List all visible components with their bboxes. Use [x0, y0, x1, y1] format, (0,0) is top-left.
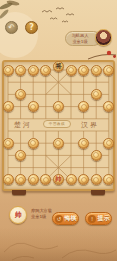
piece-black-cannon[interactable]	[91, 89, 102, 100]
flying-birds-decor	[36, 6, 82, 26]
player-info: 摩羯大富翁 业余1级	[31, 208, 52, 220]
piece-label: 帅	[55, 174, 62, 185]
piece-red-soldier[interactable]	[28, 138, 39, 149]
piece-black-general[interactable]: 将	[53, 61, 64, 72]
piece-red-cannon[interactable]	[91, 150, 102, 161]
piece-red-general[interactable]: 帅	[53, 174, 64, 185]
piece-label: 将	[55, 61, 62, 72]
piece-black-cannon[interactable]	[15, 89, 26, 100]
piece-red-advisor[interactable]	[66, 174, 77, 185]
piece-black-elephant[interactable]	[28, 65, 39, 76]
player-avatar[interactable]: 帅	[9, 206, 27, 224]
xiangqi-board[interactable]: 楚河 汉界 中国象棋 将帅	[2, 60, 115, 191]
hint-button[interactable]: ! 提示	[85, 212, 112, 225]
xiangqi-app: ↶ ? 与机器人 业余1级 楚河 汉界 中国象棋 将帅	[0, 0, 117, 261]
piece-red-rook[interactable]	[103, 174, 114, 185]
undo-move-button[interactable]: ↺ 悔棋	[52, 212, 79, 225]
piece-black-soldier[interactable]	[53, 101, 64, 112]
piece-black-soldier[interactable]	[3, 101, 14, 112]
help-button[interactable]: ?	[25, 21, 38, 34]
piece-black-advisor[interactable]	[40, 65, 51, 76]
hint-label: 提示	[96, 214, 111, 223]
piece-red-horse[interactable]	[91, 174, 102, 185]
undo-label: 悔棋	[63, 214, 78, 223]
piece-red-soldier[interactable]	[3, 138, 14, 149]
undo-icon: ↺	[55, 215, 63, 223]
piece-red-soldier[interactable]	[78, 138, 89, 149]
piece-red-soldier[interactable]	[103, 138, 114, 149]
piece-black-rook[interactable]	[3, 65, 14, 76]
piece-black-rook[interactable]	[103, 65, 114, 76]
piece-red-cannon[interactable]	[15, 150, 26, 161]
piece-black-horse[interactable]	[91, 65, 102, 76]
piece-black-soldier[interactable]	[28, 101, 39, 112]
piece-red-elephant[interactable]	[78, 174, 89, 185]
piece-red-rook[interactable]	[3, 174, 14, 185]
piece-red-soldier[interactable]	[53, 138, 64, 149]
player-avatar-label: 帅	[15, 210, 22, 220]
board-leg-right	[91, 190, 105, 195]
piece-black-elephant[interactable]	[78, 65, 89, 76]
piece-black-soldier[interactable]	[78, 101, 89, 112]
piece-red-advisor[interactable]	[40, 174, 51, 185]
piece-black-soldier[interactable]	[103, 101, 114, 112]
board-leg-left	[12, 190, 26, 195]
back-button[interactable]: ↶	[5, 21, 18, 34]
hint-icon: !	[88, 215, 96, 223]
piece-black-horse[interactable]	[15, 65, 26, 76]
pieces-layer: 将帅	[4, 62, 113, 189]
bottom-shade-decor	[0, 227, 117, 261]
piece-red-horse[interactable]	[15, 174, 26, 185]
piece-black-advisor[interactable]	[66, 65, 77, 76]
help-icon: ?	[29, 21, 34, 34]
piece-red-elephant[interactable]	[28, 174, 39, 185]
player-rank: 业余1级	[31, 214, 52, 220]
opponent-avatar[interactable]	[95, 29, 112, 46]
back-icon: ↶	[8, 21, 15, 34]
opponent-rank: 业余1级	[66, 39, 94, 44]
